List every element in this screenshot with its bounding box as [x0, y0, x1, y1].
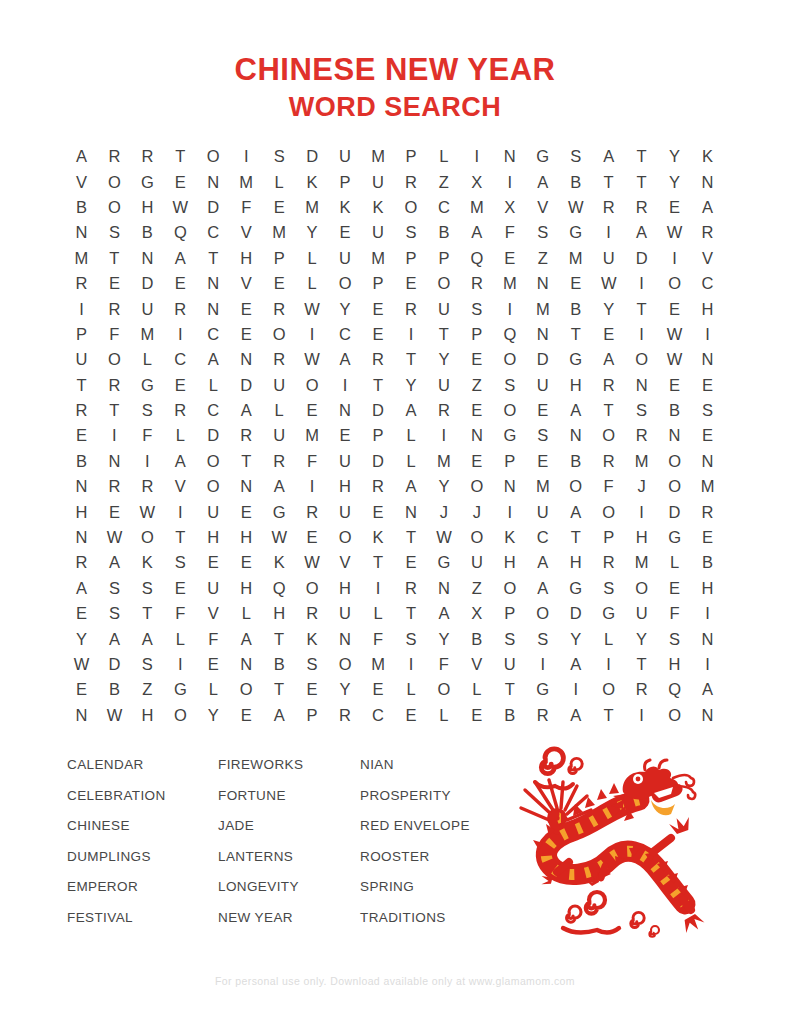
grid-cell: H	[329, 576, 362, 601]
word-list-item: NIAN	[360, 757, 470, 788]
grid-cell: O	[625, 576, 658, 601]
grid-cell: S	[263, 144, 296, 169]
grid-cell: R	[592, 449, 625, 474]
grid-cell: P	[296, 703, 329, 728]
grid-cell: R	[98, 474, 131, 499]
grid-cell: C	[197, 322, 230, 347]
grid-cell: E	[296, 677, 329, 702]
grid-cell: O	[197, 449, 230, 474]
grid-cell: C	[427, 195, 460, 220]
grid-cell: I	[65, 296, 98, 321]
grid-cell: E	[526, 398, 559, 423]
grid-cell: U	[362, 169, 395, 194]
grid-cell: W	[296, 296, 329, 321]
word-list-item: TRADITIONS	[360, 910, 470, 941]
grid-cell: A	[526, 550, 559, 575]
grid-cell: N	[131, 246, 164, 271]
grid-cell: I	[625, 322, 658, 347]
grid-cell: W	[164, 195, 197, 220]
grid-cell: I	[592, 652, 625, 677]
grid-cell: R	[592, 195, 625, 220]
grid-cell: T	[65, 373, 98, 398]
grid-cell: A	[263, 703, 296, 728]
grid-cell: A	[131, 626, 164, 651]
grid-cell: S	[592, 576, 625, 601]
grid-cell: Q	[460, 246, 493, 271]
grid-cell: I	[395, 322, 428, 347]
grid-cell: W	[658, 347, 691, 372]
grid-cell: S	[493, 373, 526, 398]
grid-cell: B	[263, 652, 296, 677]
grid-cell: O	[296, 373, 329, 398]
grid-cell: E	[164, 373, 197, 398]
grid-cell: O	[493, 576, 526, 601]
word-list-item: JADE	[218, 818, 303, 849]
grid-cell: B	[658, 398, 691, 423]
grid-cell: P	[329, 169, 362, 194]
grid-cell: Y	[296, 220, 329, 245]
grid-cell: F	[164, 601, 197, 626]
grid-cell: C	[197, 398, 230, 423]
grid-cell: O	[98, 195, 131, 220]
grid-cell: T	[592, 398, 625, 423]
grid-cell: Y	[329, 296, 362, 321]
grid-cell: M	[362, 246, 395, 271]
grid-cell: A	[395, 398, 428, 423]
grid-cell: A	[559, 703, 592, 728]
grid-cell: W	[427, 525, 460, 550]
grid-cell: Y	[427, 626, 460, 651]
grid-cell: N	[230, 347, 263, 372]
grid-cell: U	[625, 601, 658, 626]
grid-cell: H	[691, 576, 724, 601]
grid-cell: J	[427, 499, 460, 524]
grid-cell: T	[625, 296, 658, 321]
grid-cell: N	[98, 449, 131, 474]
grid-cell: F	[658, 601, 691, 626]
word-list-item: CHINESE	[67, 818, 166, 849]
grid-cell: I	[230, 144, 263, 169]
grid-cell: E	[559, 271, 592, 296]
grid-cell: U	[65, 347, 98, 372]
grid-cell: P	[362, 271, 395, 296]
grid-cell: N	[526, 271, 559, 296]
grid-cell: I	[592, 220, 625, 245]
grid-cell: S	[98, 220, 131, 245]
grid-cell: Q	[263, 576, 296, 601]
grid-cell: E	[592, 322, 625, 347]
grid-cell: D	[658, 499, 691, 524]
grid-cell: A	[559, 499, 592, 524]
grid-cell: V	[230, 220, 263, 245]
grid-cell: R	[164, 296, 197, 321]
grid-cell: H	[493, 550, 526, 575]
grid-cell: I	[526, 652, 559, 677]
grid-cell: Y	[329, 677, 362, 702]
grid-cell: L	[263, 169, 296, 194]
grid-cell: N	[230, 652, 263, 677]
grid-cell: R	[230, 423, 263, 448]
grid-cell: W	[658, 322, 691, 347]
grid-cell: A	[592, 144, 625, 169]
grid-cell: G	[559, 220, 592, 245]
grid-cell: I	[460, 144, 493, 169]
grid-cell: R	[131, 474, 164, 499]
grid-cell: M	[296, 423, 329, 448]
grid-cell: R	[65, 550, 98, 575]
grid-cell: L	[592, 626, 625, 651]
word-list-item: LANTERNS	[218, 849, 303, 880]
grid-cell: A	[263, 474, 296, 499]
grid-cell: J	[460, 499, 493, 524]
grid-cell: S	[395, 626, 428, 651]
grid-cell: D	[526, 347, 559, 372]
dragon-illustration	[505, 742, 745, 950]
grid-cell: D	[98, 652, 131, 677]
grid-cell: L	[427, 703, 460, 728]
word-list-item: CALENDAR	[67, 757, 166, 788]
grid-cell: Q	[658, 677, 691, 702]
grid-cell: A	[460, 220, 493, 245]
grid-cell: O	[164, 703, 197, 728]
grid-cell: L	[395, 449, 428, 474]
grid-cell: Y	[395, 373, 428, 398]
grid-cell: K	[691, 144, 724, 169]
grid-cell: S	[658, 626, 691, 651]
letter-grid: ARRTOISDUMPLINGSATYKVOGENMLKPURZXIABTTYN…	[65, 144, 724, 728]
grid-cell: M	[362, 652, 395, 677]
grid-cell: O	[460, 474, 493, 499]
grid-cell: R	[131, 144, 164, 169]
word-list-item: ROOSTER	[360, 849, 470, 880]
grid-cell: I	[559, 677, 592, 702]
grid-cell: A	[65, 144, 98, 169]
grid-cell: W	[559, 195, 592, 220]
grid-cell: B	[559, 169, 592, 194]
grid-cell: W	[131, 499, 164, 524]
grid-cell: K	[263, 550, 296, 575]
grid-cell: U	[131, 296, 164, 321]
grid-cell: Z	[460, 576, 493, 601]
grid-cell: H	[131, 195, 164, 220]
grid-cell: S	[526, 220, 559, 245]
grid-cell: R	[592, 550, 625, 575]
grid-cell: I	[691, 322, 724, 347]
grid-cell: E	[296, 398, 329, 423]
grid-cell: R	[296, 499, 329, 524]
grid-cell: Y	[658, 169, 691, 194]
grid-cell: E	[263, 195, 296, 220]
grid-cell: W	[658, 220, 691, 245]
grid-cell: E	[329, 220, 362, 245]
grid-cell: Y	[592, 296, 625, 321]
grid-cell: E	[65, 423, 98, 448]
grid-cell: T	[263, 677, 296, 702]
word-list-item: SPRING	[360, 879, 470, 910]
grid-cell: W	[65, 652, 98, 677]
grid-cell: E	[230, 703, 263, 728]
grid-cell: Y	[197, 703, 230, 728]
grid-cell: E	[691, 525, 724, 550]
grid-cell: Z	[526, 246, 559, 271]
grid-cell: O	[329, 652, 362, 677]
grid-cell: H	[658, 652, 691, 677]
grid-cell: H	[263, 601, 296, 626]
grid-cell: G	[164, 677, 197, 702]
grid-cell: U	[493, 652, 526, 677]
grid-cell: S	[559, 144, 592, 169]
grid-cell: O	[658, 449, 691, 474]
grid-cell: P	[395, 246, 428, 271]
grid-cell: R	[65, 398, 98, 423]
grid-cell: S	[131, 576, 164, 601]
grid-cell: R	[296, 601, 329, 626]
grid-cell: Z	[427, 169, 460, 194]
grid-cell: C	[197, 220, 230, 245]
grid-cell: I	[691, 652, 724, 677]
grid-cell: T	[395, 525, 428, 550]
grid-cell: V	[197, 601, 230, 626]
grid-cell: T	[592, 703, 625, 728]
grid-cell: L	[427, 144, 460, 169]
grid-cell: R	[98, 296, 131, 321]
grid-cell: N	[427, 576, 460, 601]
grid-cell: N	[691, 347, 724, 372]
grid-cell: L	[197, 373, 230, 398]
grid-cell: O	[592, 677, 625, 702]
grid-cell: O	[526, 601, 559, 626]
grid-cell: D	[230, 373, 263, 398]
grid-cell: T	[427, 322, 460, 347]
grid-cell: I	[625, 499, 658, 524]
grid-cell: L	[362, 601, 395, 626]
grid-cell: U	[362, 220, 395, 245]
grid-cell: M	[526, 474, 559, 499]
grid-cell: A	[592, 347, 625, 372]
grid-cell: M	[691, 474, 724, 499]
grid-cell: R	[263, 347, 296, 372]
grid-cell: I	[296, 322, 329, 347]
grid-cell: F	[427, 652, 460, 677]
grid-cell: S	[164, 550, 197, 575]
grid-cell: O	[98, 347, 131, 372]
grid-cell: L	[658, 550, 691, 575]
footer-note: For personal use only. Download availabl…	[0, 975, 790, 987]
grid-cell: W	[296, 550, 329, 575]
grid-cell: E	[362, 677, 395, 702]
grid-cell: X	[460, 169, 493, 194]
grid-cell: T	[230, 449, 263, 474]
word-list-item: FORTUNE	[218, 788, 303, 819]
grid-cell: F	[98, 322, 131, 347]
grid-cell: A	[395, 474, 428, 499]
grid-cell: T	[263, 626, 296, 651]
word-search-page: CHINESE NEW YEAR WORD SEARCH ARRTOISDUMP…	[0, 0, 790, 1024]
grid-cell: U	[329, 449, 362, 474]
grid-cell: R	[263, 449, 296, 474]
grid-cell: R	[592, 373, 625, 398]
grid-cell: H	[329, 474, 362, 499]
grid-cell: S	[296, 652, 329, 677]
grid-cell: X	[460, 601, 493, 626]
grid-cell: U	[460, 550, 493, 575]
grid-cell: D	[197, 195, 230, 220]
grid-cell: L	[131, 347, 164, 372]
grid-cell: A	[691, 677, 724, 702]
grid-cell: Y	[427, 347, 460, 372]
grid-cell: W	[592, 271, 625, 296]
grid-cell: O	[263, 322, 296, 347]
grid-cell: S	[98, 576, 131, 601]
grid-cell: U	[329, 144, 362, 169]
grid-cell: O	[98, 169, 131, 194]
word-list-item: EMPEROR	[67, 879, 166, 910]
grid-cell: A	[691, 195, 724, 220]
grid-cell: O	[131, 525, 164, 550]
grid-cell: G	[427, 550, 460, 575]
grid-cell: O	[559, 474, 592, 499]
grid-cell: W	[263, 525, 296, 550]
grid-cell: H	[230, 525, 263, 550]
grid-cell: N	[65, 220, 98, 245]
grid-cell: W	[98, 703, 131, 728]
grid-cell: U	[329, 499, 362, 524]
grid-cell: Z	[131, 677, 164, 702]
grid-cell: U	[427, 296, 460, 321]
grid-cell: F	[296, 449, 329, 474]
grid-cell: E	[395, 703, 428, 728]
grid-cell: O	[493, 347, 526, 372]
word-list-item: DUMPLINGS	[67, 849, 166, 880]
grid-cell: O	[427, 271, 460, 296]
grid-cell: L	[197, 677, 230, 702]
grid-cell: R	[98, 144, 131, 169]
grid-cell: S	[526, 626, 559, 651]
grid-cell: U	[329, 601, 362, 626]
grid-cell: G	[131, 169, 164, 194]
grid-cell: F	[493, 220, 526, 245]
grid-cell: E	[98, 271, 131, 296]
grid-cell: H	[559, 373, 592, 398]
grid-cell: N	[197, 169, 230, 194]
grid-cell: R	[329, 703, 362, 728]
grid-cell: L	[164, 423, 197, 448]
grid-cell: E	[362, 296, 395, 321]
grid-cell: W	[98, 525, 131, 550]
grid-cell: D	[559, 601, 592, 626]
grid-cell: Y	[427, 474, 460, 499]
grid-cell: V	[65, 169, 98, 194]
grid-cell: E	[691, 373, 724, 398]
grid-cell: E	[197, 550, 230, 575]
grid-cell: N	[197, 271, 230, 296]
grid-cell: R	[625, 677, 658, 702]
grid-cell: N	[65, 525, 98, 550]
grid-cell: R	[460, 271, 493, 296]
cloud-swirl-bottom	[563, 892, 659, 937]
grid-cell: I	[691, 601, 724, 626]
grid-cell: T	[197, 246, 230, 271]
grid-cell: O	[658, 271, 691, 296]
cloud-swirl-top	[535, 749, 582, 789]
grid-cell: H	[230, 246, 263, 271]
grid-cell: I	[625, 271, 658, 296]
grid-cell: C	[329, 322, 362, 347]
grid-cell: S	[395, 220, 428, 245]
grid-cell: O	[493, 398, 526, 423]
grid-cell: K	[296, 626, 329, 651]
grid-cell: E	[362, 499, 395, 524]
grid-cell: D	[625, 246, 658, 271]
grid-cell: G	[526, 677, 559, 702]
grid-cell: A	[526, 576, 559, 601]
grid-cell: R	[362, 474, 395, 499]
grid-cell: R	[691, 499, 724, 524]
grid-cell: A	[164, 246, 197, 271]
grid-cell: N	[460, 423, 493, 448]
grid-cell: T	[625, 652, 658, 677]
word-column-3: NIANPROSPERITYRED ENVELOPEROOSTERSPRINGT…	[360, 757, 470, 941]
grid-cell: H	[691, 296, 724, 321]
grid-cell: P	[493, 601, 526, 626]
grid-cell: G	[592, 601, 625, 626]
grid-cell: I	[395, 652, 428, 677]
grid-cell: G	[559, 576, 592, 601]
grid-cell: B	[559, 296, 592, 321]
grid-cell: A	[98, 626, 131, 651]
grid-cell: R	[98, 373, 131, 398]
grid-cell: M	[625, 550, 658, 575]
grid-cell: M	[493, 271, 526, 296]
grid-cell: I	[493, 169, 526, 194]
grid-cell: E	[362, 322, 395, 347]
grid-cell: T	[98, 398, 131, 423]
grid-cell: O	[460, 525, 493, 550]
grid-cell: U	[263, 423, 296, 448]
grid-cell: B	[65, 449, 98, 474]
grid-cell: R	[691, 220, 724, 245]
grid-cell: O	[197, 144, 230, 169]
grid-cell: M	[427, 449, 460, 474]
grid-cell: I	[427, 423, 460, 448]
grid-cell: A	[559, 652, 592, 677]
grid-cell: F	[362, 626, 395, 651]
grid-cell: B	[65, 195, 98, 220]
grid-cell: I	[329, 373, 362, 398]
grid-cell: R	[427, 398, 460, 423]
grid-cell: O	[658, 703, 691, 728]
grid-cell: N	[493, 144, 526, 169]
grid-cell: T	[98, 246, 131, 271]
grid-cell: D	[197, 423, 230, 448]
grid-cell: D	[296, 144, 329, 169]
grid-cell: I	[362, 576, 395, 601]
grid-cell: U	[263, 373, 296, 398]
grid-cell: M	[362, 144, 395, 169]
grid-cell: S	[131, 398, 164, 423]
grid-cell: I	[164, 652, 197, 677]
grid-cell: Y	[658, 144, 691, 169]
grid-cell: E	[460, 449, 493, 474]
grid-cell: N	[395, 499, 428, 524]
grid-cell: P	[362, 423, 395, 448]
grid-cell: O	[592, 423, 625, 448]
grid-cell: N	[493, 474, 526, 499]
grid-cell: O	[329, 271, 362, 296]
grid-cell: I	[164, 322, 197, 347]
grid-cell: Y	[65, 626, 98, 651]
grid-cell: B	[559, 449, 592, 474]
